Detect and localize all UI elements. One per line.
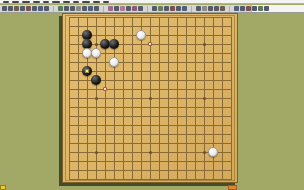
toolbar-icon-1-4[interactable] — [20, 6, 25, 11]
toolbar-icon-6-1[interactable] — [234, 6, 239, 11]
toolbar-icon-6-2[interactable] — [240, 6, 245, 11]
menu-item-8[interactable] — [73, 1, 79, 3]
star-point-D16 — [95, 43, 98, 46]
toolbar-icon-2-5[interactable] — [82, 6, 87, 11]
toolbar-icon-4-5[interactable] — [176, 6, 181, 11]
toolbar-icon-4-3[interactable] — [164, 6, 169, 11]
toolbar-icon-3-2[interactable] — [114, 6, 119, 11]
toolbar-group-4 — [152, 6, 192, 12]
toolbar-icon-3-6[interactable] — [138, 6, 143, 11]
toolbar-icon-4-1[interactable] — [152, 6, 157, 11]
variation-marker-E11 — [103, 87, 108, 92]
toolbar-icon-5-4[interactable] — [214, 6, 219, 11]
toolbar-icon-3-3[interactable] — [120, 6, 125, 11]
toolbar-icon-1-7[interactable] — [38, 6, 43, 11]
toolbar-icon-2-7[interactable] — [94, 6, 99, 11]
toolbar-icon-1-5[interactable] — [26, 6, 31, 11]
menu-item-7[interactable] — [63, 1, 70, 3]
toolbar-icon-5-1[interactable] — [196, 6, 201, 11]
white-stone-F14 — [109, 57, 119, 67]
star-point-Q16 — [203, 43, 206, 46]
menu-bar — [0, 0, 304, 4]
menu-item-3[interactable] — [22, 1, 30, 3]
toolbar-icon-2-3[interactable] — [70, 6, 75, 11]
toolbar-icon-2-6[interactable] — [88, 6, 93, 11]
toolbar-icon-4-2[interactable] — [158, 6, 163, 11]
toolbar-icon-5-3[interactable] — [208, 6, 213, 11]
toolbar-icon-1-2[interactable] — [8, 6, 13, 11]
toolbar-icon-6-6[interactable] — [264, 6, 269, 11]
white-stone-D15 — [91, 48, 101, 58]
corner-indicator-left[interactable] — [0, 185, 6, 190]
toolbar-icon-6-3[interactable] — [246, 6, 251, 11]
board-grid[interactable] — [69, 17, 232, 180]
menu-item-4[interactable] — [33, 1, 40, 3]
toolbar-icon-1-8[interactable] — [44, 6, 49, 11]
white-stone-R4 — [208, 147, 218, 157]
toolbar-group-2 — [58, 6, 104, 12]
menu-item-10[interactable] — [93, 1, 100, 3]
toolbar-icon-3-1[interactable] — [108, 6, 113, 11]
toolbar-icon-4-6[interactable] — [182, 6, 187, 11]
last-move-marker-C13 — [85, 69, 89, 73]
toolbar-group-6 — [234, 6, 273, 12]
variation-marker-K16 — [148, 42, 153, 47]
star-point-D10 — [95, 97, 98, 100]
menu-item-11[interactable] — [103, 1, 109, 3]
toolbar-icon-3-5[interactable] — [132, 6, 137, 11]
toolbar-icon-6-5[interactable] — [258, 6, 263, 11]
menu-item-6[interactable] — [52, 1, 60, 3]
toolbar-group-3 — [108, 6, 148, 12]
toolbar — [0, 5, 252, 12]
app-window — [0, 0, 304, 190]
corner-indicator-right[interactable] — [228, 185, 237, 190]
toolbar-group-5 — [196, 6, 230, 12]
toolbar-icon-2-1[interactable] — [58, 6, 63, 11]
toolbar-group-1 — [2, 6, 54, 12]
toolbar-icon-1-1[interactable] — [2, 6, 7, 11]
menu-item-9[interactable] — [82, 1, 90, 3]
black-stone-D12 — [91, 75, 101, 85]
menu-item-5[interactable] — [43, 1, 49, 3]
toolbar-icon-2-2[interactable] — [64, 6, 69, 11]
toolbar-icon-1-6[interactable] — [32, 6, 37, 11]
toolbar-row — [0, 5, 304, 13]
menu-item-1[interactable] — [3, 1, 9, 3]
toolbar-icon-1-3[interactable] — [14, 6, 19, 11]
menu-item-2[interactable] — [12, 1, 19, 3]
toolbar-icon-2-4[interactable] — [76, 6, 81, 11]
star-point-K4 — [149, 151, 152, 154]
toolbar-icon-3-4[interactable] — [126, 6, 131, 11]
star-point-Q4 — [203, 151, 206, 154]
black-stone-F16 — [109, 39, 119, 49]
toolbar-icon-6-4[interactable] — [252, 6, 257, 11]
white-stone-J17 — [136, 30, 146, 40]
star-point-Q10 — [203, 97, 206, 100]
toolbar-icon-5-2[interactable] — [202, 6, 207, 11]
star-point-D4 — [95, 151, 98, 154]
toolbar-icon-4-4[interactable] — [170, 6, 175, 11]
star-point-K10 — [149, 97, 152, 100]
toolbar-icon-5-5[interactable] — [220, 6, 225, 11]
go-board[interactable] — [62, 13, 238, 183]
